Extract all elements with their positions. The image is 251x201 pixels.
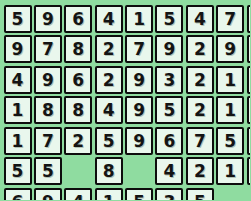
grid-cell[interactable]: 2 [186, 66, 214, 94]
grid-cell[interactable]: 3 [155, 66, 183, 94]
grid-cell[interactable]: 7 [186, 127, 214, 155]
removed-cell [64, 157, 92, 185]
grid-cell[interactable]: 4 [64, 188, 92, 200]
grid-cell[interactable]: 9 [125, 66, 153, 94]
grid-cell[interactable]: 4 [95, 96, 123, 124]
grid-cell[interactable]: 7 [216, 5, 244, 33]
grid-cell[interactable]: 2 [186, 96, 214, 124]
grid-cell[interactable]: 9 [125, 96, 153, 124]
grid-cell[interactable]: 6 [155, 127, 183, 155]
grid-cell[interactable]: 9 [125, 127, 153, 155]
removed-cell [125, 157, 153, 185]
grid-cell[interactable]: 5 [4, 157, 32, 185]
grid-cell[interactable]: 7 [34, 127, 62, 155]
grid-cell[interactable]: 5 [4, 5, 32, 33]
grid-cell[interactable]: 8 [64, 96, 92, 124]
grid-cell[interactable] [247, 96, 250, 124]
grid-cell[interactable]: 4 [4, 66, 32, 94]
grid-cell[interactable]: 1 [95, 188, 123, 200]
grid-cell[interactable] [247, 66, 250, 94]
grid-cell[interactable]: 5 [155, 96, 183, 124]
grid-cell[interactable]: 8 [95, 157, 123, 185]
grid-cell[interactable]: 6 [64, 66, 92, 94]
grid-cell[interactable] [247, 5, 250, 33]
grid-cell[interactable]: 1 [4, 96, 32, 124]
grid-cell[interactable]: 2 [186, 35, 214, 63]
grid-cell[interactable]: 2 [95, 35, 123, 63]
grid-cell[interactable]: 9 [34, 66, 62, 94]
grid-cell[interactable]: 5 [216, 127, 244, 155]
grid-cell[interactable]: 6 [4, 188, 32, 200]
grid-cell[interactable]: 5 [155, 5, 183, 33]
removed-cell [247, 188, 250, 200]
grid-cell[interactable]: 3 [155, 188, 183, 200]
grid-cell[interactable]: 9 [4, 35, 32, 63]
grid-cell[interactable]: 9 [155, 35, 183, 63]
grid-cell[interactable]: 1 [216, 157, 244, 185]
grid-cell[interactable] [247, 127, 250, 155]
removed-cell [216, 188, 244, 200]
grid-cell[interactable]: 7 [34, 35, 62, 63]
grid-cell[interactable]: 4 [155, 157, 183, 185]
grid-cell[interactable]: 6 [64, 5, 92, 33]
grid-cell[interactable]: 4 [95, 5, 123, 33]
puzzle-board: 5964154797827929496293211884952117259675… [4, 5, 251, 201]
grid-cell[interactable]: 8 [34, 96, 62, 124]
grid-cell[interactable]: 2 [64, 127, 92, 155]
grid-cell[interactable]: 5 [34, 157, 62, 185]
grid-cell[interactable]: 8 [64, 35, 92, 63]
grid-cell[interactable]: 1 [216, 96, 244, 124]
grid-cell[interactable] [247, 35, 250, 63]
grid-cell[interactable]: 5 [186, 188, 214, 200]
grid-cell[interactable]: 7 [125, 35, 153, 63]
grid-cell[interactable]: 4 [186, 5, 214, 33]
grid-cell[interactable] [247, 157, 250, 185]
grid-cell[interactable]: 1 [125, 5, 153, 33]
grid-cell[interactable]: 9 [34, 188, 62, 200]
grid-cell[interactable]: 5 [95, 127, 123, 155]
grid-cell[interactable]: 5 [125, 188, 153, 200]
grid-cell[interactable]: 9 [34, 5, 62, 33]
grid-cell[interactable]: 9 [216, 35, 244, 63]
grid-cell[interactable]: 1 [4, 127, 32, 155]
grid-cell[interactable]: 1 [216, 66, 244, 94]
grid-cell[interactable]: 2 [95, 66, 123, 94]
grid-cell[interactable]: 2 [186, 157, 214, 185]
